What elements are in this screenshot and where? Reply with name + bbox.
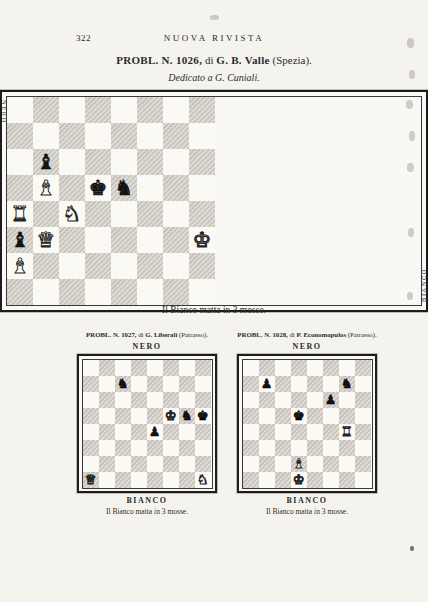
square-e2 (307, 456, 323, 472)
square-b6 (259, 392, 275, 408)
square-c2 (275, 456, 291, 472)
square-b5 (259, 408, 275, 424)
square-a1 (243, 472, 259, 488)
square-e5 (147, 408, 163, 424)
square-c8 (115, 360, 131, 376)
square-b2 (33, 253, 59, 279)
square-e7 (307, 376, 323, 392)
chessboard-1026: NERO BIANCO ♝♝♚♞♜♞♝♛♚♝ (0, 90, 428, 312)
square-f4 (137, 201, 163, 227)
square-g8 (339, 360, 355, 376)
scan-artifact (409, 131, 415, 141)
square-h5: ♚ (195, 408, 211, 424)
chessboard-1028: ♟♞♟♚♜♝♚ (237, 354, 377, 493)
square-h4 (189, 201, 215, 227)
square-b1 (33, 279, 59, 305)
square-a5 (7, 175, 33, 201)
black-bishop-piece: ♝ (37, 152, 56, 173)
black-king-piece: ♚ (293, 409, 305, 422)
square-g2 (179, 456, 195, 472)
problem-1027-column: PROBL. N. 1027, di G. Liberali (Patrasso… (72, 331, 222, 516)
square-c4: ♞ (59, 201, 85, 227)
square-f2 (323, 456, 339, 472)
square-g7 (179, 376, 195, 392)
chessboard-1027-grid: ♞♚♞♚♟♛♞ (82, 359, 213, 489)
square-g6 (339, 392, 355, 408)
label-bianco-1027: BIANCO (72, 496, 222, 505)
square-d3 (131, 440, 147, 456)
square-c4 (275, 424, 291, 440)
square-e3 (307, 440, 323, 456)
square-f3 (137, 227, 163, 253)
square-g8 (179, 360, 195, 376)
scan-artifact (406, 100, 413, 109)
square-h6 (189, 149, 215, 175)
square-f6 (137, 149, 163, 175)
square-a6 (83, 392, 99, 408)
square-b5: ♝ (33, 175, 59, 201)
black-pawn-piece: ♟ (325, 393, 337, 406)
problem-1027-title: PROBL. N. 1027, di G. Liberali (Patrasso… (72, 331, 222, 338)
square-b2 (259, 456, 275, 472)
white-knight-piece: ♞ (197, 473, 209, 486)
black-bishop-piece: ♝ (11, 230, 30, 251)
square-d4 (85, 201, 111, 227)
square-c6 (275, 392, 291, 408)
square-h7 (355, 376, 371, 392)
square-a6 (7, 149, 33, 175)
black-pawn-piece: ♟ (149, 425, 161, 438)
square-a3 (83, 440, 99, 456)
square-a7 (7, 123, 33, 149)
square-a4: ♜ (7, 201, 33, 227)
square-b3: ♛ (33, 227, 59, 253)
square-e4: ♟ (147, 424, 163, 440)
ink-speck (410, 546, 414, 551)
square-h1 (189, 279, 215, 305)
square-e1 (307, 472, 323, 488)
square-d5 (131, 408, 147, 424)
square-b8 (259, 360, 275, 376)
square-h7 (189, 123, 215, 149)
label-bianco-main: BIANCO (420, 268, 427, 302)
square-e3 (147, 440, 163, 456)
black-king-piece: ♚ (89, 178, 108, 199)
square-g1 (179, 472, 195, 488)
square-f3 (323, 440, 339, 456)
square-b2 (99, 456, 115, 472)
square-h5 (189, 175, 215, 201)
scan-artifact (407, 38, 414, 48)
problem-1026-stipulation: Il Bianco matta in 3 mosse. (0, 305, 428, 315)
black-pawn-piece: ♟ (261, 377, 273, 390)
square-b4 (99, 424, 115, 440)
square-e5: ♞ (111, 175, 137, 201)
square-b3 (99, 440, 115, 456)
problem-1028-stipulation: Il Bianco matta in 3 mosse. (232, 507, 382, 516)
square-c5 (115, 408, 131, 424)
problem-1028-column: PROBL. N. 1028, di P. Economopulos (Patr… (232, 331, 382, 516)
square-h4 (355, 424, 371, 440)
square-a1 (7, 279, 33, 305)
square-d6 (85, 149, 111, 175)
chessboard-1027: ♞♚♞♚♟♛♞ (77, 354, 217, 493)
square-e8 (111, 97, 137, 123)
square-f3 (163, 440, 179, 456)
square-e7 (147, 376, 163, 392)
black-knight-piece: ♞ (181, 409, 193, 422)
square-f1 (137, 279, 163, 305)
square-d1 (85, 279, 111, 305)
square-a4 (243, 424, 259, 440)
square-e4 (111, 201, 137, 227)
square-d3 (291, 440, 307, 456)
white-queen-piece: ♛ (37, 230, 56, 251)
square-d4 (131, 424, 147, 440)
square-e8 (307, 360, 323, 376)
square-e2 (111, 253, 137, 279)
square-a1: ♛ (83, 472, 99, 488)
white-rook-piece: ♜ (341, 425, 353, 438)
square-g3 (179, 440, 195, 456)
square-g3 (339, 440, 355, 456)
square-h7 (195, 376, 211, 392)
square-e5 (307, 408, 323, 424)
square-f6 (163, 392, 179, 408)
square-d2: ♝ (291, 456, 307, 472)
problem-1026-number: PROBL. N. 1026, (116, 54, 202, 66)
square-a4 (83, 424, 99, 440)
square-h6 (195, 392, 211, 408)
square-d8 (85, 97, 111, 123)
square-h3 (195, 440, 211, 456)
square-e1 (111, 279, 137, 305)
square-d7 (291, 376, 307, 392)
square-b7: ♟ (259, 376, 275, 392)
square-c4 (115, 424, 131, 440)
square-b6 (99, 392, 115, 408)
square-f4 (323, 424, 339, 440)
square-h8 (355, 360, 371, 376)
square-c6 (115, 392, 131, 408)
square-e7 (111, 123, 137, 149)
square-h3: ♚ (189, 227, 215, 253)
square-g6 (163, 149, 189, 175)
square-e6 (111, 149, 137, 175)
square-f8 (137, 97, 163, 123)
black-king-piece: ♚ (197, 409, 209, 422)
problem-1026-author: G. B. Valle (216, 54, 269, 66)
white-rook-piece: ♜ (11, 204, 30, 225)
square-c7 (59, 123, 85, 149)
square-c8 (275, 360, 291, 376)
square-c7: ♞ (115, 376, 131, 392)
square-g3 (163, 227, 189, 253)
square-a7 (243, 376, 259, 392)
square-g5: ♞ (179, 408, 195, 424)
black-knight-piece: ♞ (115, 178, 134, 199)
square-b1 (259, 472, 275, 488)
square-h4 (195, 424, 211, 440)
square-c2 (115, 456, 131, 472)
square-f5 (323, 408, 339, 424)
square-g1 (163, 279, 189, 305)
square-d8 (291, 360, 307, 376)
square-d2 (131, 456, 147, 472)
scan-artifact (210, 15, 219, 20)
black-knight-piece: ♞ (117, 377, 129, 390)
square-f4 (163, 424, 179, 440)
square-c1 (115, 472, 131, 488)
label-nero-1028: NERO (232, 342, 382, 351)
square-a3 (243, 440, 259, 456)
square-d6 (291, 392, 307, 408)
square-g2 (339, 456, 355, 472)
square-b6: ♝ (33, 149, 59, 175)
square-h8 (189, 97, 215, 123)
square-e6 (147, 392, 163, 408)
scan-artifact (409, 70, 415, 79)
square-c5 (59, 175, 85, 201)
square-f7 (163, 376, 179, 392)
square-d3 (85, 227, 111, 253)
square-c1 (275, 472, 291, 488)
label-nero-1027: NERO (72, 342, 222, 351)
square-b7 (99, 376, 115, 392)
square-d1: ♚ (291, 472, 307, 488)
square-a8 (7, 97, 33, 123)
square-g4: ♜ (339, 424, 355, 440)
square-h1 (355, 472, 371, 488)
square-g5 (339, 408, 355, 424)
problem-1026-title: PROBL. N. 1026, di G. B. Valle (Spezia). (0, 54, 428, 66)
square-d4 (291, 424, 307, 440)
square-e2 (147, 456, 163, 472)
square-c7 (275, 376, 291, 392)
white-king-piece: ♚ (165, 409, 177, 422)
square-b3 (259, 440, 275, 456)
problem-1027-author: G. Liberali (145, 331, 177, 338)
white-queen-piece: ♛ (85, 473, 97, 486)
black-knight-piece: ♞ (341, 377, 353, 390)
square-h8 (195, 360, 211, 376)
square-c3 (115, 440, 131, 456)
square-c5 (275, 408, 291, 424)
square-c1 (59, 279, 85, 305)
square-f5: ♚ (163, 408, 179, 424)
square-f2 (137, 253, 163, 279)
square-h3 (355, 440, 371, 456)
square-h2 (189, 253, 215, 279)
square-a3: ♝ (7, 227, 33, 253)
square-b4 (259, 424, 275, 440)
square-d6 (131, 392, 147, 408)
chessboard-1028-grid: ♟♞♟♚♜♝♚ (242, 359, 373, 489)
white-king-piece: ♚ (293, 473, 305, 486)
square-c3 (275, 440, 291, 456)
square-h2 (195, 456, 211, 472)
running-header: NUOVA RIVISTA (0, 33, 428, 43)
square-a5 (83, 408, 99, 424)
square-d7 (85, 123, 111, 149)
square-d1 (131, 472, 147, 488)
square-a2: ♝ (7, 253, 33, 279)
square-a6 (243, 392, 259, 408)
square-f5 (137, 175, 163, 201)
square-a2 (243, 456, 259, 472)
square-e6 (307, 392, 323, 408)
square-e4 (307, 424, 323, 440)
square-g4 (163, 201, 189, 227)
square-d5: ♚ (291, 408, 307, 424)
square-h2 (355, 456, 371, 472)
square-e3 (111, 227, 137, 253)
square-c8 (59, 97, 85, 123)
square-h6 (355, 392, 371, 408)
square-b7 (33, 123, 59, 149)
square-b5 (99, 408, 115, 424)
square-a5 (243, 408, 259, 424)
square-a8 (243, 360, 259, 376)
scan-artifact (407, 292, 413, 300)
scan-artifact (407, 163, 414, 172)
white-bishop-piece: ♝ (11, 256, 30, 277)
square-d5: ♚ (85, 175, 111, 201)
white-bishop-piece: ♝ (37, 178, 56, 199)
chessboard-1026-grid: ♝♝♚♞♜♞♝♛♚♝ (6, 96, 422, 306)
square-f8 (163, 360, 179, 376)
sub-problems-row: PROBL. N. 1027, di G. Liberali (Patrasso… (72, 331, 382, 516)
square-g2 (163, 253, 189, 279)
problem-1026-dedication: Dedicato a G. Cuniali. (0, 72, 428, 83)
square-f1 (163, 472, 179, 488)
label-bianco-1028: BIANCO (232, 496, 382, 505)
square-g5 (163, 175, 189, 201)
square-g4 (179, 424, 195, 440)
square-f7 (137, 123, 163, 149)
white-knight-piece: ♞ (63, 204, 82, 225)
square-c2 (59, 253, 85, 279)
square-h5 (355, 408, 371, 424)
square-a7 (83, 376, 99, 392)
square-f1 (323, 472, 339, 488)
label-nero-main: NERO (1, 100, 8, 124)
problem-1027-stipulation: Il Bianco matta in 3 mosse. (72, 507, 222, 516)
square-g1 (339, 472, 355, 488)
square-a2 (83, 456, 99, 472)
white-bishop-piece: ♝ (293, 457, 305, 470)
square-f6: ♟ (323, 392, 339, 408)
scan-artifact (408, 228, 414, 237)
square-c3 (59, 227, 85, 253)
square-d8 (131, 360, 147, 376)
square-g7 (163, 123, 189, 149)
square-f2 (163, 456, 179, 472)
square-f8 (323, 360, 339, 376)
square-d2 (85, 253, 111, 279)
square-g8 (163, 97, 189, 123)
problem-1028-author: P. Economopulos (296, 331, 346, 338)
square-a8 (83, 360, 99, 376)
square-b4 (33, 201, 59, 227)
square-b8 (33, 97, 59, 123)
square-b1 (99, 472, 115, 488)
square-h1: ♞ (195, 472, 211, 488)
square-c6 (59, 149, 85, 175)
square-f7 (323, 376, 339, 392)
square-e8 (147, 360, 163, 376)
square-d7 (131, 376, 147, 392)
problem-1028-title: PROBL. N. 1028, di P. Economopulos (Patr… (232, 331, 382, 338)
square-b8 (99, 360, 115, 376)
square-g7: ♞ (339, 376, 355, 392)
square-g6 (179, 392, 195, 408)
square-e1 (147, 472, 163, 488)
white-king-piece: ♚ (193, 230, 212, 251)
